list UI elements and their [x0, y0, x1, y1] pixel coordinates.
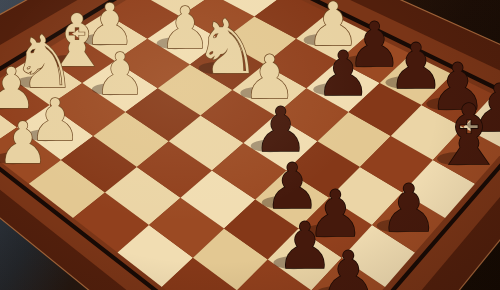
black-pawn-g4: ♟	[316, 38, 371, 109]
white-pawn-d7: ♟	[94, 40, 146, 108]
black-pawn-e1: ♟	[379, 170, 438, 246]
black-bishop-g1: ♝	[432, 87, 500, 184]
white-pawn-a7: ♟	[0, 109, 49, 177]
chess-board: ♟♟♟♝♟♞♞♟♟♟♟♟♟♟♟♟♟♝♟♟♟♟♟	[0, 0, 500, 290]
chess-board-photo: ♟♟♟♝♟♞♞♟♟♟♟♟♟♟♟♟♟♝♟♟♟♟♟	[0, 0, 500, 290]
black-pawn-c1: ♟	[319, 237, 378, 290]
